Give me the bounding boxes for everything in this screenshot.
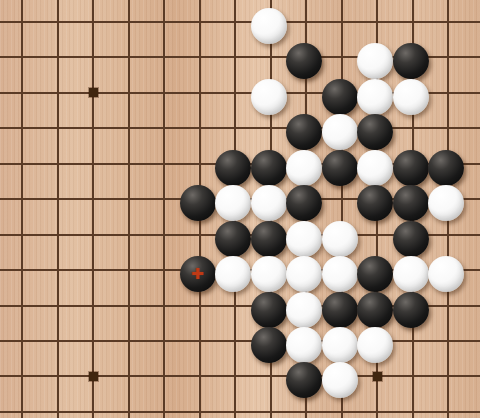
grid-line-vertical [57,0,59,418]
stone-black [357,292,393,328]
stone-white [286,256,322,292]
stone-black [286,362,322,398]
stone-black [251,150,287,186]
grid-line-horizontal [0,375,480,377]
stone-black [393,185,429,221]
grid-line-horizontal [0,21,480,23]
stone-white [286,150,322,186]
stone-white [357,43,393,79]
stone-white [393,256,429,292]
grid-line-vertical [92,0,94,418]
stone-white [251,8,287,44]
stone-black [393,221,429,257]
stone-white [357,79,393,115]
stone-black [357,256,393,292]
stone-white [286,292,322,328]
star-point [89,372,98,381]
stone-white [322,327,358,363]
stone-white [393,79,429,115]
stone-black [286,114,322,150]
stone-black [393,43,429,79]
stone-white [251,256,287,292]
stone-black [322,292,358,328]
stone-black [251,221,287,257]
stone-black [322,79,358,115]
stone-black [393,292,429,328]
stone-black [393,150,429,186]
stone-black [357,185,393,221]
grid-line-vertical [21,0,23,418]
stone-white [322,221,358,257]
stone-black [180,185,216,221]
grid-line-horizontal [0,127,480,129]
stone-white [322,256,358,292]
stone-black [286,43,322,79]
stone-black [215,221,251,257]
stone-white [428,256,464,292]
stone-black [322,150,358,186]
grid-line-vertical [163,0,165,418]
stone-white [251,79,287,115]
grid-line-vertical [128,0,130,418]
stone-black [215,150,251,186]
gomoku-board[interactable]: ✚ [0,0,480,418]
stone-white [322,114,358,150]
star-point [89,88,98,97]
grid-line-horizontal [0,411,480,413]
stone-black [251,327,287,363]
stone-black [286,185,322,221]
stone-white [215,185,251,221]
stone-white [286,327,322,363]
stone-black [428,150,464,186]
stone-white [428,185,464,221]
stone-black [357,114,393,150]
stone-black [251,292,287,328]
star-point [373,372,382,381]
stone-white [322,362,358,398]
stone-white [286,221,322,257]
grid-line-horizontal [0,340,480,342]
stone-white [251,185,287,221]
stone-white [357,150,393,186]
stone-white [215,256,251,292]
stone-white [357,327,393,363]
stone-black [180,256,216,292]
